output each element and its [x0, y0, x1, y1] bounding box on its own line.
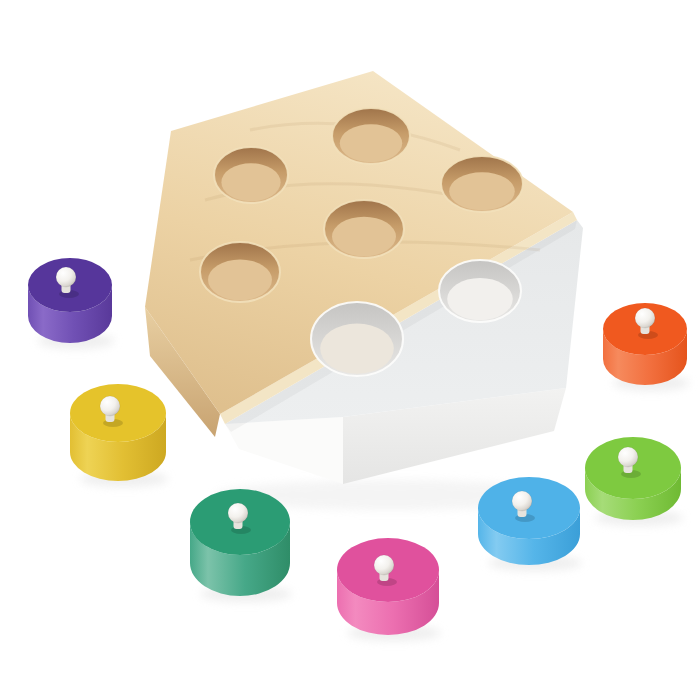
recess-floor	[221, 163, 280, 201]
recess-floor	[340, 124, 402, 162]
knob-ball	[635, 308, 655, 328]
recess-floor	[208, 259, 272, 300]
cylinder-light-green[interactable]	[585, 437, 683, 526]
cylinder-orange[interactable]	[603, 303, 690, 391]
white-board-left-face	[225, 417, 343, 484]
knob-ball	[374, 555, 394, 575]
product-photo-scene	[0, 0, 700, 700]
knob-ball	[512, 491, 532, 511]
cylinder-blue[interactable]	[478, 477, 582, 571]
cylinder-green[interactable]	[190, 489, 292, 602]
cylinder-pink[interactable]	[337, 538, 441, 641]
recess-floor	[332, 217, 396, 256]
knob-ball	[100, 396, 120, 416]
recess-floor	[447, 278, 513, 320]
cylinder-purple[interactable]	[28, 258, 115, 349]
recess-wood-top[interactable]	[332, 108, 410, 164]
recess-white-bottom[interactable]	[311, 302, 403, 376]
knob-ball	[56, 267, 76, 287]
recess-wood-upper-left[interactable]	[214, 147, 288, 203]
hexagonal-peg-board	[145, 71, 583, 484]
recess-wood-lower-left[interactable]	[200, 242, 280, 302]
recess-floor	[320, 323, 394, 373]
cylinder-top-face	[70, 384, 166, 442]
knob-ball	[618, 447, 638, 467]
recess-floor	[449, 172, 515, 210]
recess-white-right[interactable]	[439, 260, 521, 322]
recess-wood-right[interactable]	[441, 156, 523, 212]
recess-wood-center[interactable]	[324, 200, 404, 258]
peg-board-canvas	[0, 0, 700, 700]
knob-ball	[228, 503, 248, 523]
cylinder-yellow[interactable]	[70, 384, 168, 487]
cylinder-top-face	[585, 437, 681, 499]
